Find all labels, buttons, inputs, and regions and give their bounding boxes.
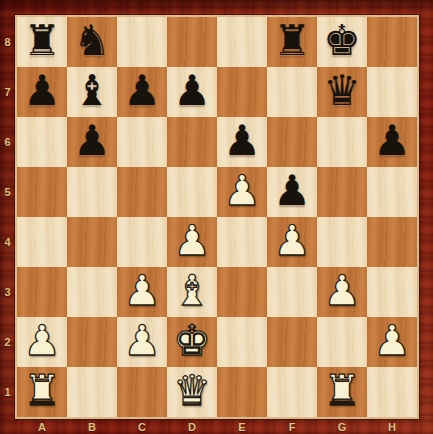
square-a1[interactable]: ♜ <box>17 367 67 417</box>
square-h6[interactable]: ♟ <box>367 117 417 167</box>
file-label-b: B <box>67 419 117 434</box>
piece-white-king[interactable]: ♚ <box>173 320 211 362</box>
square-e7[interactable] <box>217 67 267 117</box>
piece-white-pawn[interactable]: ♟ <box>173 220 211 262</box>
square-f6[interactable] <box>267 117 317 167</box>
square-e6[interactable]: ♟ <box>217 117 267 167</box>
square-a8[interactable]: ♜ <box>17 17 67 67</box>
square-d8[interactable] <box>167 17 217 67</box>
piece-white-bishop[interactable]: ♝ <box>173 270 211 312</box>
piece-black-pawn[interactable]: ♟ <box>23 70 61 112</box>
piece-white-pawn[interactable]: ♟ <box>373 320 411 362</box>
square-g7[interactable]: ♛ <box>317 67 367 117</box>
square-e2[interactable] <box>217 317 267 367</box>
rank-label-5: 5 <box>0 167 15 217</box>
square-a2[interactable]: ♟ <box>17 317 67 367</box>
piece-black-rook[interactable]: ♜ <box>23 20 61 62</box>
square-f4[interactable]: ♟ <box>267 217 317 267</box>
square-h7[interactable] <box>367 67 417 117</box>
piece-white-pawn[interactable]: ♟ <box>323 270 361 312</box>
square-b3[interactable] <box>67 267 117 317</box>
square-d5[interactable] <box>167 167 217 217</box>
square-b2[interactable] <box>67 317 117 367</box>
rank-label-2: 2 <box>0 317 15 367</box>
square-c7[interactable]: ♟ <box>117 67 167 117</box>
square-g2[interactable] <box>317 317 367 367</box>
square-h2[interactable]: ♟ <box>367 317 417 367</box>
file-label-g: G <box>317 419 367 434</box>
square-f8[interactable]: ♜ <box>267 17 317 67</box>
square-h1[interactable] <box>367 367 417 417</box>
square-a3[interactable] <box>17 267 67 317</box>
square-d1[interactable]: ♛ <box>167 367 217 417</box>
piece-black-pawn[interactable]: ♟ <box>73 120 111 162</box>
piece-black-rook[interactable]: ♜ <box>273 20 311 62</box>
square-d3[interactable]: ♝ <box>167 267 217 317</box>
piece-black-knight[interactable]: ♞ <box>73 20 111 62</box>
square-c6[interactable] <box>117 117 167 167</box>
rank-label-4: 4 <box>0 217 15 267</box>
square-d2[interactable]: ♚ <box>167 317 217 367</box>
piece-white-pawn[interactable]: ♟ <box>123 270 161 312</box>
square-h8[interactable] <box>367 17 417 67</box>
square-c5[interactable] <box>117 167 167 217</box>
square-f3[interactable] <box>267 267 317 317</box>
square-c2[interactable]: ♟ <box>117 317 167 367</box>
piece-black-pawn[interactable]: ♟ <box>373 120 411 162</box>
square-g4[interactable] <box>317 217 367 267</box>
square-b8[interactable]: ♞ <box>67 17 117 67</box>
piece-white-pawn[interactable]: ♟ <box>273 220 311 262</box>
square-e5[interactable]: ♟ <box>217 167 267 217</box>
square-f5[interactable]: ♟ <box>267 167 317 217</box>
rank-label-3: 3 <box>0 267 15 317</box>
square-g3[interactable]: ♟ <box>317 267 367 317</box>
rank-label-8: 8 <box>0 17 15 67</box>
file-label-a: A <box>17 419 67 434</box>
square-a4[interactable] <box>17 217 67 267</box>
square-e4[interactable] <box>217 217 267 267</box>
piece-white-pawn[interactable]: ♟ <box>23 320 61 362</box>
piece-black-pawn[interactable]: ♟ <box>173 70 211 112</box>
chess-board: ♜♞♜♚♟♝♟♟♛♟♟♟♟♟♟♟♟♝♟♟♟♚♟♜♛♜ <box>15 15 419 419</box>
square-c4[interactable] <box>117 217 167 267</box>
square-b5[interactable] <box>67 167 117 217</box>
square-c3[interactable]: ♟ <box>117 267 167 317</box>
square-a5[interactable] <box>17 167 67 217</box>
rank-label-6: 6 <box>0 117 15 167</box>
square-f1[interactable] <box>267 367 317 417</box>
square-f7[interactable] <box>267 67 317 117</box>
piece-black-king[interactable]: ♚ <box>323 20 361 62</box>
file-label-f: F <box>267 419 317 434</box>
piece-white-pawn[interactable]: ♟ <box>223 170 261 212</box>
square-d4[interactable]: ♟ <box>167 217 217 267</box>
file-labels: ABCDEFGH <box>17 419 417 434</box>
square-h4[interactable] <box>367 217 417 267</box>
rank-labels: 87654321 <box>0 17 15 417</box>
piece-black-bishop[interactable]: ♝ <box>73 70 111 112</box>
square-f2[interactable] <box>267 317 317 367</box>
square-b7[interactable]: ♝ <box>67 67 117 117</box>
square-a6[interactable] <box>17 117 67 167</box>
square-d6[interactable] <box>167 117 217 167</box>
square-h3[interactable] <box>367 267 417 317</box>
square-e3[interactable] <box>217 267 267 317</box>
rank-label-1: 1 <box>0 367 15 417</box>
square-g6[interactable] <box>317 117 367 167</box>
square-g5[interactable] <box>317 167 367 217</box>
square-d7[interactable]: ♟ <box>167 67 217 117</box>
square-c8[interactable] <box>117 17 167 67</box>
chess-board-frame: 87654321 ♜♞♜♚♟♝♟♟♛♟♟♟♟♟♟♟♟♝♟♟♟♚♟♜♛♜ ABCD… <box>0 0 433 434</box>
square-g8[interactable]: ♚ <box>317 17 367 67</box>
piece-white-rook[interactable]: ♜ <box>23 370 61 412</box>
file-label-e: E <box>217 419 267 434</box>
square-e1[interactable] <box>217 367 267 417</box>
piece-white-queen[interactable]: ♛ <box>173 370 211 412</box>
square-e8[interactable] <box>217 17 267 67</box>
square-c1[interactable] <box>117 367 167 417</box>
piece-black-pawn[interactable]: ♟ <box>223 120 261 162</box>
rank-label-7: 7 <box>0 67 15 117</box>
piece-black-queen[interactable]: ♛ <box>323 70 361 112</box>
square-h5[interactable] <box>367 167 417 217</box>
square-a7[interactable]: ♟ <box>17 67 67 117</box>
piece-black-pawn[interactable]: ♟ <box>123 70 161 112</box>
file-label-d: D <box>167 419 217 434</box>
square-b1[interactable] <box>67 367 117 417</box>
square-g1[interactable]: ♜ <box>317 367 367 417</box>
file-label-c: C <box>117 419 167 434</box>
piece-white-rook[interactable]: ♜ <box>323 370 361 412</box>
piece-white-pawn[interactable]: ♟ <box>123 320 161 362</box>
square-b4[interactable] <box>67 217 117 267</box>
file-label-h: H <box>367 419 417 434</box>
piece-black-pawn[interactable]: ♟ <box>273 170 311 212</box>
square-b6[interactable]: ♟ <box>67 117 117 167</box>
